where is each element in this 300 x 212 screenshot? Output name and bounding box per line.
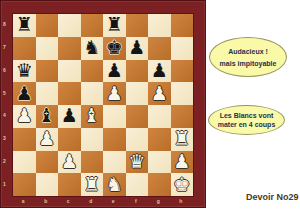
file-label: a [22,199,25,204]
square-a2[interactable] [13,151,36,174]
bubble-bottom-line2: mater en 4 coups [218,121,276,128]
square-g1[interactable] [148,173,171,196]
speech-bubble-bottom: Les Blancs vont mater en 4 coups [208,105,285,135]
piece-white-pawn[interactable]: ♟ [61,152,78,171]
file-label: f [135,199,137,204]
square-g8[interactable] [148,14,171,37]
square-g4[interactable] [148,105,171,128]
square-f5[interactable] [126,82,149,105]
square-e6[interactable]: ♟ [103,60,126,83]
piece-white-pawn[interactable]: ♟ [16,106,33,125]
square-a5[interactable]: ♟ [13,82,36,105]
speech-bubble-top: Audacieux ! mais impitoyable [209,37,287,77]
page: ♜♜♞♚♟♛♟♟♟♟♟♟♝♟♝♟♜♟♛♟♜♞♚ 87654321abcdefgh… [0,0,300,212]
rank-label: 3 [3,136,6,141]
rank-label: 6 [3,67,6,72]
piece-white-pawn[interactable]: ♟ [151,83,168,102]
square-b5[interactable] [36,82,59,105]
bubble-bottom-line1: Les Blancs vont [220,112,274,119]
square-d6[interactable] [81,60,104,83]
square-c8[interactable] [58,14,81,37]
square-e7[interactable]: ♚ [103,37,126,60]
piece-black-pawn[interactable]: ♟ [128,38,145,57]
rank-label: 4 [3,113,6,118]
square-c6[interactable] [58,60,81,83]
piece-black-queen[interactable]: ♛ [16,61,33,80]
square-h4[interactable] [171,105,194,128]
piece-black-pawn[interactable]: ♟ [151,61,168,80]
square-h8[interactable] [171,14,194,37]
square-h3[interactable]: ♜ [171,128,194,151]
square-g5[interactable]: ♟ [148,82,171,105]
file-label: g [157,199,160,204]
square-d5[interactable] [81,82,104,105]
square-d1[interactable]: ♜ [81,173,104,196]
piece-white-pawn[interactable]: ♟ [106,83,123,102]
rank-label: 7 [3,45,6,50]
square-c2[interactable]: ♟ [58,151,81,174]
piece-black-king[interactable]: ♚ [106,38,123,57]
rank-label: 5 [3,90,6,95]
square-e5[interactable]: ♟ [103,82,126,105]
piece-white-rook[interactable]: ♜ [173,129,190,148]
piece-black-rook[interactable]: ♜ [106,15,123,34]
piece-white-knight[interactable]: ♞ [106,174,123,193]
square-c1[interactable] [58,173,81,196]
piece-white-bishop[interactable]: ♝ [83,106,100,125]
square-b8[interactable] [36,14,59,37]
square-c5[interactable] [58,82,81,105]
square-h5[interactable] [171,82,194,105]
bubble-top-line2: mais impitoyable [220,60,277,67]
square-h6[interactable] [171,60,194,83]
board-grid: ♜♜♞♚♟♛♟♟♟♟♟♟♝♟♝♟♜♟♛♟♜♞♚ [12,13,194,197]
piece-black-pawn[interactable]: ♟ [106,61,123,80]
square-c4[interactable]: ♟ [58,105,81,128]
square-g3[interactable] [148,128,171,151]
square-a1[interactable] [13,173,36,196]
rank-label: 2 [3,158,6,163]
square-b1[interactable] [36,173,59,196]
square-e4[interactable] [103,105,126,128]
square-a6[interactable]: ♛ [13,60,36,83]
caption-devoir: Devoir No29 [246,192,299,202]
square-d2[interactable] [81,151,104,174]
square-a4[interactable]: ♟ [13,105,36,128]
square-g6[interactable]: ♟ [148,60,171,83]
square-a8[interactable]: ♜ [13,14,36,37]
piece-white-pawn[interactable]: ♟ [38,129,55,148]
square-f1[interactable] [126,173,149,196]
square-f2[interactable]: ♛ [126,151,149,174]
rank-label: 1 [3,181,6,186]
piece-black-rook[interactable]: ♜ [16,15,33,34]
square-e2[interactable] [103,151,126,174]
file-label: e [112,199,115,204]
square-a7[interactable] [13,37,36,60]
square-h7[interactable] [171,37,194,60]
piece-black-knight[interactable]: ♞ [83,38,100,57]
square-b3[interactable]: ♟ [36,128,59,151]
bubble-top-line1: Audacieux ! [228,48,268,55]
piece-white-rook[interactable]: ♜ [83,174,100,193]
file-label: b [44,199,47,204]
square-c7[interactable] [58,37,81,60]
file-label: d [89,199,92,204]
square-b4[interactable]: ♝ [36,105,59,128]
square-b2[interactable] [36,151,59,174]
square-f3[interactable] [126,128,149,151]
piece-white-king[interactable]: ♚ [173,174,190,193]
square-c3[interactable] [58,128,81,151]
file-label: c [67,199,70,204]
square-e1[interactable]: ♞ [103,173,126,196]
square-d8[interactable] [81,14,104,37]
piece-black-pawn[interactable]: ♟ [61,106,78,125]
square-h2[interactable]: ♟ [171,151,194,174]
square-d3[interactable] [81,128,104,151]
file-label: h [179,199,182,204]
square-f4[interactable] [126,105,149,128]
square-d7[interactable]: ♞ [81,37,104,60]
chess-board: ♜♜♞♚♟♛♟♟♟♟♟♟♝♟♝♟♜♟♛♟♜♞♚ 87654321abcdefgh [0,0,206,208]
square-a3[interactable] [13,128,36,151]
piece-white-queen[interactable]: ♛ [128,152,145,171]
square-h1[interactable]: ♚ [171,173,194,196]
square-b7[interactable] [36,37,59,60]
square-g7[interactable] [148,37,171,60]
square-e8[interactable]: ♜ [103,14,126,37]
square-f8[interactable] [126,14,149,37]
square-d4[interactable]: ♝ [81,105,104,128]
square-e3[interactable] [103,128,126,151]
piece-black-pawn[interactable]: ♟ [16,83,33,102]
square-f6[interactable] [126,60,149,83]
square-f7[interactable]: ♟ [126,37,149,60]
piece-white-pawn[interactable]: ♟ [173,152,190,171]
rank-label: 8 [3,22,6,27]
piece-black-bishop[interactable]: ♝ [38,106,55,125]
square-g2[interactable] [148,151,171,174]
square-b6[interactable] [36,60,59,83]
